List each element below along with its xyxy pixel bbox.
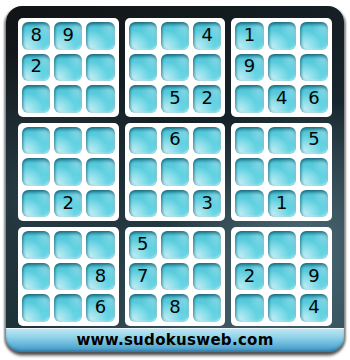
cell-r3c3[interactable]	[86, 85, 114, 113]
cell-r7c8[interactable]	[268, 231, 296, 259]
cell-r2c5[interactable]	[161, 54, 189, 82]
cell-r3c1[interactable]	[22, 85, 50, 113]
cell-r5c7[interactable]	[235, 158, 263, 186]
given-digit: 8	[169, 298, 180, 316]
cell-r9c1[interactable]	[22, 294, 50, 322]
cell-r4c1[interactable]	[22, 127, 50, 155]
cell-r3c6[interactable]: 2	[193, 85, 221, 113]
given-digit: 2	[244, 267, 255, 285]
box-3-2: 578	[125, 227, 226, 326]
cell-r9c7[interactable]	[235, 294, 263, 322]
cell-r6c9[interactable]	[300, 190, 328, 218]
box-2-2: 63	[125, 123, 226, 222]
cell-r8c9[interactable]: 9	[300, 263, 328, 291]
cell-r4c5[interactable]: 6	[161, 127, 189, 155]
cell-r3c5[interactable]: 5	[161, 85, 189, 113]
cell-r6c6[interactable]: 3	[193, 190, 221, 218]
cell-r4c8[interactable]	[268, 127, 296, 155]
cell-r5c9[interactable]	[300, 158, 328, 186]
given-digit: 4	[276, 89, 287, 107]
cell-r1c4[interactable]	[129, 22, 157, 50]
cell-r6c3[interactable]	[86, 190, 114, 218]
cell-r5c3[interactable]	[86, 158, 114, 186]
cell-r6c2[interactable]: 2	[54, 190, 82, 218]
cell-r1c8[interactable]	[268, 22, 296, 50]
cell-r4c6[interactable]	[193, 127, 221, 155]
cell-r6c8[interactable]: 1	[268, 190, 296, 218]
cell-r4c2[interactable]	[54, 127, 82, 155]
given-digit: 2	[63, 194, 74, 212]
given-digit: 4	[201, 26, 212, 44]
given-digit: 7	[137, 267, 148, 285]
given-digit: 8	[30, 26, 41, 44]
box-2-3: 51	[231, 123, 332, 222]
given-digit: 1	[276, 194, 287, 212]
given-digit: 1	[244, 26, 255, 44]
cell-r5c5[interactable]	[161, 158, 189, 186]
box-3-3: 294	[231, 227, 332, 326]
cell-r4c3[interactable]	[86, 127, 114, 155]
cell-r7c4[interactable]: 5	[129, 231, 157, 259]
given-digit: 5	[308, 130, 319, 148]
given-digit: 5	[137, 235, 148, 253]
site-url-link[interactable]: www.sudokusweb.com	[76, 331, 273, 349]
cell-r5c1[interactable]	[22, 158, 50, 186]
cell-r3c8[interactable]: 4	[268, 85, 296, 113]
cell-r8c4[interactable]: 7	[129, 263, 157, 291]
cell-r1c2[interactable]: 9	[54, 22, 82, 50]
cell-r4c7[interactable]	[235, 127, 263, 155]
cell-r1c7[interactable]: 1	[235, 22, 263, 50]
cell-r9c5[interactable]: 8	[161, 294, 189, 322]
cell-r9c4[interactable]	[129, 294, 157, 322]
box-1-1: 892	[18, 18, 119, 117]
footer-bar: www.sudokusweb.com	[6, 328, 344, 352]
cell-r2c3[interactable]	[86, 54, 114, 82]
given-digit: 9	[63, 26, 74, 44]
cell-r6c7[interactable]	[235, 190, 263, 218]
cell-r2c7[interactable]: 9	[235, 54, 263, 82]
given-digit: 8	[95, 267, 106, 285]
cell-r9c6[interactable]	[193, 294, 221, 322]
cell-r2c4[interactable]	[129, 54, 157, 82]
cell-r5c8[interactable]	[268, 158, 296, 186]
given-digit: 5	[169, 89, 180, 107]
cell-r7c6[interactable]	[193, 231, 221, 259]
cell-r6c1[interactable]	[22, 190, 50, 218]
box-1-2: 452	[125, 18, 226, 117]
cell-r3c9[interactable]: 6	[300, 85, 328, 113]
cell-r2c2[interactable]	[54, 54, 82, 82]
cell-r5c2[interactable]	[54, 158, 82, 186]
cell-r3c4[interactable]	[129, 85, 157, 113]
cell-r4c9[interactable]: 5	[300, 127, 328, 155]
cell-r7c2[interactable]	[54, 231, 82, 259]
given-digit: 3	[201, 194, 212, 212]
given-digit: 9	[308, 267, 319, 285]
box-2-1: 2	[18, 123, 119, 222]
given-digit: 6	[95, 298, 106, 316]
cell-r7c3[interactable]	[86, 231, 114, 259]
given-digit: 6	[308, 89, 319, 107]
cell-r6c4[interactable]	[129, 190, 157, 218]
cell-r3c2[interactable]	[54, 85, 82, 113]
cell-r8c1[interactable]	[22, 263, 50, 291]
board-frame: 89245219462635186578294 www.sudokusweb.c…	[6, 6, 344, 352]
given-digit: 6	[169, 130, 180, 148]
cell-r9c8[interactable]	[268, 294, 296, 322]
sudoku-board: 89245219462635186578294	[18, 18, 332, 326]
given-digit: 9	[244, 57, 255, 75]
cell-r9c9[interactable]: 4	[300, 294, 328, 322]
cell-r2c1[interactable]: 2	[22, 54, 50, 82]
cell-r4c4[interactable]	[129, 127, 157, 155]
cell-r8c7[interactable]: 2	[235, 263, 263, 291]
cell-r8c5[interactable]	[161, 263, 189, 291]
given-digit: 4	[308, 298, 319, 316]
cell-r1c3[interactable]	[86, 22, 114, 50]
cell-r3c7[interactable]	[235, 85, 263, 113]
cell-r1c6[interactable]: 4	[193, 22, 221, 50]
cell-r8c8[interactable]	[268, 263, 296, 291]
given-digit: 2	[201, 89, 212, 107]
cell-r8c3[interactable]: 8	[86, 263, 114, 291]
cell-r7c1[interactable]	[22, 231, 50, 259]
cell-r1c9[interactable]	[300, 22, 328, 50]
given-digit: 2	[30, 57, 41, 75]
cell-r5c6[interactable]	[193, 158, 221, 186]
cell-r5c4[interactable]	[129, 158, 157, 186]
cell-r7c7[interactable]	[235, 231, 263, 259]
cell-r7c9[interactable]	[300, 231, 328, 259]
cell-r6c5[interactable]	[161, 190, 189, 218]
box-1-3: 1946	[231, 18, 332, 117]
cell-r2c9[interactable]	[300, 54, 328, 82]
cell-r2c8[interactable]	[268, 54, 296, 82]
cell-r8c6[interactable]	[193, 263, 221, 291]
cell-r1c1[interactable]: 8	[22, 22, 50, 50]
cell-r8c2[interactable]	[54, 263, 82, 291]
cell-r2c6[interactable]	[193, 54, 221, 82]
cell-r9c3[interactable]: 6	[86, 294, 114, 322]
cell-r7c5[interactable]	[161, 231, 189, 259]
cell-r1c5[interactable]	[161, 22, 189, 50]
cell-r9c2[interactable]	[54, 294, 82, 322]
box-3-1: 86	[18, 227, 119, 326]
